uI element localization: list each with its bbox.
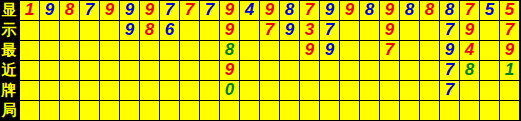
cell-r2c6: 9 [120, 21, 140, 41]
cell-r5c23 [460, 81, 480, 101]
cell-r3c7 [140, 41, 160, 61]
cell-r3c4 [80, 41, 100, 61]
cell-r4c8 [160, 61, 180, 81]
recent-rounds-board: 显 示 最 近 牌 局 1987999777949879989888755986… [0, 0, 521, 121]
cell-r4c15 [300, 61, 320, 81]
cell-r4c13 [260, 61, 280, 81]
cell-r2c1 [20, 21, 40, 41]
cell-r1c14: 8 [280, 1, 300, 21]
cell-r4c12 [240, 61, 260, 81]
cell-r3c13 [260, 41, 280, 61]
cell-r6c25 [500, 101, 520, 121]
cell-r1c18: 8 [360, 1, 380, 21]
cell-r3c5 [100, 41, 120, 61]
cell-r2c18 [360, 21, 380, 41]
cell-r4c9 [180, 61, 200, 81]
cell-r2c20 [400, 21, 420, 41]
cell-r6c23 [460, 101, 480, 121]
cell-r4c2 [40, 61, 60, 81]
cell-r1c9: 7 [180, 1, 200, 21]
cell-r1c4: 7 [80, 1, 100, 21]
cell-r2c25: 7 [500, 21, 520, 41]
cell-r2c5 [100, 21, 120, 41]
cell-r4c11: 9 [220, 61, 240, 81]
cell-r6c7 [140, 101, 160, 121]
cell-r6c6 [120, 101, 140, 121]
cell-r2c21 [420, 21, 440, 41]
cell-r1c11: 9 [220, 1, 240, 21]
cell-r3c17 [340, 41, 360, 61]
cell-r3c10 [200, 41, 220, 61]
label-char-4: 近 [0, 60, 18, 80]
cell-r1c17: 9 [340, 1, 360, 21]
cell-r5c8 [160, 81, 180, 101]
cell-r4c18 [360, 61, 380, 81]
label-char-6: 局 [0, 100, 18, 120]
cell-r6c21 [420, 101, 440, 121]
cell-r4c19 [380, 61, 400, 81]
cell-r6c3 [60, 101, 80, 121]
cell-r2c8: 6 [160, 21, 180, 41]
cell-r4c6 [120, 61, 140, 81]
cell-r5c5 [100, 81, 120, 101]
cell-r5c12 [240, 81, 260, 101]
label-char-2: 示 [0, 20, 18, 40]
cell-r5c22: 7 [440, 81, 460, 101]
cell-r4c25: 1 [500, 61, 520, 81]
cell-r6c20 [400, 101, 420, 121]
cell-r1c20: 8 [400, 1, 420, 21]
cell-r5c11: 0 [220, 81, 240, 101]
cell-r4c14 [280, 61, 300, 81]
cell-r5c6 [120, 81, 140, 101]
cell-r6c4 [80, 101, 100, 121]
cell-r3c3 [60, 41, 80, 61]
label-char-5: 牌 [0, 80, 18, 100]
cell-r1c5: 9 [100, 1, 120, 21]
cell-r1c24: 5 [480, 1, 500, 21]
board-grid-frame: 1987999777949879989888755986979379797899… [18, 0, 520, 121]
cell-r2c15: 3 [300, 21, 320, 41]
cell-r1c3: 8 [60, 1, 80, 21]
cell-r6c10 [200, 101, 220, 121]
cell-r5c14 [280, 81, 300, 101]
cell-r4c24 [480, 61, 500, 81]
cell-r5c21 [420, 81, 440, 101]
cell-r2c4 [80, 21, 100, 41]
cell-r6c19 [380, 101, 400, 121]
cell-r4c20 [400, 61, 420, 81]
cell-r6c8 [160, 101, 180, 121]
cell-r1c13: 9 [260, 1, 280, 21]
cell-r1c16: 9 [320, 1, 340, 21]
cell-r4c5 [100, 61, 120, 81]
cell-r6c11 [220, 101, 240, 121]
cell-r6c22 [440, 101, 460, 121]
cell-r3c12 [240, 41, 260, 61]
cell-r1c10: 7 [200, 1, 220, 21]
cell-r2c14: 9 [280, 21, 300, 41]
cell-r6c9 [180, 101, 200, 121]
cell-r5c1 [20, 81, 40, 101]
cell-r5c19 [380, 81, 400, 101]
cell-r3c2 [40, 41, 60, 61]
cell-r2c12 [240, 21, 260, 41]
cell-r5c18 [360, 81, 380, 101]
cell-r6c13 [260, 101, 280, 121]
cell-r1c8: 7 [160, 1, 180, 21]
cell-r6c12 [240, 101, 260, 121]
cell-r1c19: 9 [380, 1, 400, 21]
cell-r3c24 [480, 41, 500, 61]
cell-r3c11: 8 [220, 41, 240, 61]
cell-r6c14 [280, 101, 300, 121]
cell-r1c25: 5 [500, 1, 520, 21]
cell-r5c24 [480, 81, 500, 101]
cell-r3c14 [280, 41, 300, 61]
cell-r3c6 [120, 41, 140, 61]
cell-r3c1 [20, 41, 40, 61]
cell-r4c23: 8 [460, 61, 480, 81]
cell-r2c13: 7 [260, 21, 280, 41]
cell-r3c21 [420, 41, 440, 61]
cell-r1c7: 9 [140, 1, 160, 21]
cell-r3c15: 9 [300, 41, 320, 61]
cell-r1c15: 7 [300, 1, 320, 21]
cell-r2c24 [480, 21, 500, 41]
cell-r5c15 [300, 81, 320, 101]
cell-r3c18 [360, 41, 380, 61]
cell-r5c2 [40, 81, 60, 101]
board-grid: 1987999777949879989888755986979379797899… [20, 1, 520, 121]
cell-r1c23: 7 [460, 1, 480, 21]
vertical-label: 显 示 最 近 牌 局 [0, 0, 18, 121]
cell-r2c17 [340, 21, 360, 41]
cell-r3c8 [160, 41, 180, 61]
cell-r6c5 [100, 101, 120, 121]
cell-r4c7 [140, 61, 160, 81]
cell-r6c24 [480, 101, 500, 121]
cell-r4c21 [420, 61, 440, 81]
cell-r6c1 [20, 101, 40, 121]
cell-r6c18 [360, 101, 380, 121]
cell-r3c9 [180, 41, 200, 61]
cell-r2c3 [60, 21, 80, 41]
cell-r5c7 [140, 81, 160, 101]
cell-r6c15 [300, 101, 320, 121]
cell-r5c13 [260, 81, 280, 101]
cell-r5c10 [200, 81, 220, 101]
cell-r5c9 [180, 81, 200, 101]
cell-r6c2 [40, 101, 60, 121]
cell-r4c22: 7 [440, 61, 460, 81]
cell-r2c23: 9 [460, 21, 480, 41]
cell-r1c22: 8 [440, 1, 460, 21]
label-char-1: 显 [0, 0, 18, 20]
cell-r3c19: 7 [380, 41, 400, 61]
cell-r3c16: 9 [320, 41, 340, 61]
cell-r2c16: 7 [320, 21, 340, 41]
cell-r2c9 [180, 21, 200, 41]
cell-r6c16 [320, 101, 340, 121]
cell-r5c20 [400, 81, 420, 101]
cell-r1c12: 4 [240, 1, 260, 21]
cell-r2c22: 7 [440, 21, 460, 41]
cell-r3c25: 9 [500, 41, 520, 61]
cell-r2c7: 8 [140, 21, 160, 41]
cell-r5c3 [60, 81, 80, 101]
cell-r1c21: 8 [420, 1, 440, 21]
cell-r4c1 [20, 61, 40, 81]
cell-r4c3 [60, 61, 80, 81]
cell-r1c2: 9 [40, 1, 60, 21]
cell-r3c20 [400, 41, 420, 61]
cell-r4c10 [200, 61, 220, 81]
cell-r4c17 [340, 61, 360, 81]
cell-r5c4 [80, 81, 100, 101]
cell-r2c2 [40, 21, 60, 41]
cell-r3c22: 9 [440, 41, 460, 61]
cell-r2c11: 9 [220, 21, 240, 41]
cell-r5c17 [340, 81, 360, 101]
cell-r4c16 [320, 61, 340, 81]
cell-r2c19: 9 [380, 21, 400, 41]
cell-r5c25 [500, 81, 520, 101]
cell-r2c10 [200, 21, 220, 41]
cell-r4c4 [80, 61, 100, 81]
cell-r1c1: 1 [20, 1, 40, 21]
cell-r6c17 [340, 101, 360, 121]
cell-r5c16 [320, 81, 340, 101]
label-char-3: 最 [0, 40, 18, 60]
cell-r1c6: 9 [120, 1, 140, 21]
cell-r3c23: 4 [460, 41, 480, 61]
